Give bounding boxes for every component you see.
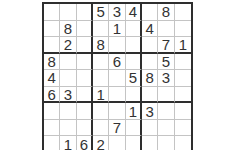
cell-r6c2[interactable]: 3	[60, 87, 76, 104]
cell-r5c2[interactable]	[60, 70, 76, 87]
cell-r4c8[interactable]: 5	[158, 54, 174, 71]
cell-r3c5[interactable]	[109, 37, 125, 54]
cell-r4c4[interactable]	[93, 54, 109, 71]
cell-r5c8[interactable]: 3	[158, 70, 174, 87]
cell-r8c9[interactable]	[175, 120, 191, 137]
cell-r4c9[interactable]	[175, 54, 191, 71]
cell-r2c3[interactable]	[77, 21, 93, 38]
cell-r1c9[interactable]	[175, 4, 191, 21]
cell-r4c6[interactable]	[126, 54, 142, 71]
cell-r7c4[interactable]	[93, 103, 109, 120]
cell-r5c4[interactable]	[93, 70, 109, 87]
cell-r7c7[interactable]: 3	[142, 103, 158, 120]
cell-r7c9[interactable]	[175, 103, 191, 120]
cell-r4c5[interactable]: 6	[109, 54, 125, 71]
cell-r7c8[interactable]	[158, 103, 174, 120]
cell-r1c6[interactable]: 4	[126, 4, 142, 21]
cell-r8c6[interactable]	[126, 120, 142, 137]
cell-r1c3[interactable]	[77, 4, 93, 21]
cell-r9c2[interactable]: 1	[60, 136, 76, 150]
cell-r6c7[interactable]	[142, 87, 158, 104]
cell-r2c1[interactable]	[44, 21, 60, 38]
sudoku-board: 534881428718654583631137162	[42, 2, 193, 150]
cell-r4c1[interactable]: 8	[44, 54, 60, 71]
cell-r9c3[interactable]: 6	[77, 136, 93, 150]
cell-r7c5[interactable]	[109, 103, 125, 120]
cell-r8c8[interactable]	[158, 120, 174, 137]
cell-r3c6[interactable]	[126, 37, 142, 54]
cell-r6c9[interactable]	[175, 87, 191, 104]
cell-r4c2[interactable]	[60, 54, 76, 71]
cell-r9c9[interactable]	[175, 136, 191, 150]
cell-r6c6[interactable]	[126, 87, 142, 104]
cell-r6c5[interactable]	[109, 87, 125, 104]
cell-r9c5[interactable]	[109, 136, 125, 150]
cell-r3c8[interactable]: 7	[158, 37, 174, 54]
cell-r2c5[interactable]: 1	[109, 21, 125, 38]
cell-r8c3[interactable]	[77, 120, 93, 137]
cell-r7c2[interactable]	[60, 103, 76, 120]
cell-r1c7[interactable]	[142, 4, 158, 21]
cell-r6c1[interactable]: 6	[44, 87, 60, 104]
cell-r5c5[interactable]	[109, 70, 125, 87]
cell-r2c7[interactable]: 4	[142, 21, 158, 38]
cell-r9c6[interactable]	[126, 136, 142, 150]
cell-r9c1[interactable]	[44, 136, 60, 150]
cell-r5c3[interactable]	[77, 70, 93, 87]
cell-r9c7[interactable]	[142, 136, 158, 150]
cell-r5c7[interactable]: 8	[142, 70, 158, 87]
cell-r1c4[interactable]: 5	[93, 4, 109, 21]
cell-r3c1[interactable]	[44, 37, 60, 54]
cell-r2c6[interactable]	[126, 21, 142, 38]
cell-r3c9[interactable]: 1	[175, 37, 191, 54]
cell-r2c8[interactable]	[158, 21, 174, 38]
cell-r7c1[interactable]	[44, 103, 60, 120]
cell-r5c1[interactable]: 4	[44, 70, 60, 87]
cell-r2c4[interactable]	[93, 21, 109, 38]
cell-r6c8[interactable]	[158, 87, 174, 104]
cell-r3c4[interactable]: 8	[93, 37, 109, 54]
cell-r2c9[interactable]	[175, 21, 191, 38]
cell-r8c1[interactable]	[44, 120, 60, 137]
cell-r6c3[interactable]	[77, 87, 93, 104]
cell-r8c7[interactable]	[142, 120, 158, 137]
cell-r3c2[interactable]: 2	[60, 37, 76, 54]
cell-r1c2[interactable]	[60, 4, 76, 21]
cell-r4c3[interactable]	[77, 54, 93, 71]
cell-r9c8[interactable]	[158, 136, 174, 150]
cell-r4c7[interactable]	[142, 54, 158, 71]
cell-r2c2[interactable]: 8	[60, 21, 76, 38]
cell-r5c6[interactable]: 5	[126, 70, 142, 87]
cell-r1c5[interactable]: 3	[109, 4, 125, 21]
cell-r6c4[interactable]: 1	[93, 87, 109, 104]
cell-r5c9[interactable]	[175, 70, 191, 87]
cell-r8c5[interactable]: 7	[109, 120, 125, 137]
cell-r7c3[interactable]	[77, 103, 93, 120]
cell-r7c6[interactable]: 1	[126, 103, 142, 120]
cell-r3c3[interactable]	[77, 37, 93, 54]
cell-r9c4[interactable]: 2	[93, 136, 109, 150]
cell-r1c1[interactable]	[44, 4, 60, 21]
cell-r8c2[interactable]	[60, 120, 76, 137]
cell-r3c7[interactable]	[142, 37, 158, 54]
cell-r8c4[interactable]	[93, 120, 109, 137]
cell-r1c8[interactable]: 8	[158, 4, 174, 21]
